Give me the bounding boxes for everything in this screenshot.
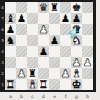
chess-diagram: 87654321 ♛♜♚♝♟♟♟♟♟♛♞♟♞♟♟♟♟♜♟♝♜♝♜♚ abcdef… — [0, 0, 100, 100]
square-e1[interactable] — [49, 79, 60, 90]
square-c5[interactable] — [27, 35, 38, 46]
square-c7[interactable] — [27, 13, 38, 24]
square-c6[interactable] — [27, 24, 38, 35]
square-d6[interactable]: ♟ — [38, 24, 49, 35]
file-label-h: h — [82, 94, 93, 100]
piece-white-pawn[interactable]: ♟ — [17, 68, 26, 79]
square-h8[interactable] — [82, 2, 93, 13]
piece-white-knight[interactable]: ♞ — [72, 35, 81, 46]
square-h3[interactable]: ♟ — [82, 57, 93, 68]
square-b6[interactable] — [16, 24, 27, 35]
file-label-c: c — [27, 94, 38, 100]
file-label-d: d — [38, 94, 49, 100]
square-f2[interactable]: ♟ — [60, 68, 71, 79]
piece-white-pawn[interactable]: ♟ — [39, 24, 48, 35]
piece-white-pawn[interactable]: ♟ — [61, 68, 70, 79]
piece-white-bishop[interactable]: ♝ — [28, 79, 37, 90]
square-e7[interactable] — [49, 13, 60, 24]
file-label-g: g — [71, 94, 82, 100]
square-h5[interactable] — [82, 35, 93, 46]
piece-white-king[interactable]: ♚ — [72, 79, 81, 90]
square-h2[interactable] — [82, 68, 93, 79]
piece-white-rook[interactable]: ♜ — [39, 79, 48, 90]
square-h1[interactable] — [82, 79, 93, 90]
piece-black-rook[interactable]: ♜ — [50, 2, 59, 13]
square-f5[interactable] — [60, 35, 71, 46]
square-f6[interactable] — [60, 24, 71, 35]
square-d8[interactable]: ♛ — [38, 2, 49, 13]
square-b7[interactable]: ♟ — [16, 13, 27, 24]
square-g5[interactable]: ♞ — [71, 35, 82, 46]
file-label-a: a — [5, 94, 16, 100]
piece-white-pawn[interactable]: ♟ — [83, 57, 92, 68]
piece-black-knight[interactable]: ♞ — [6, 35, 15, 46]
square-b1[interactable] — [16, 79, 27, 90]
file-label-f: f — [60, 94, 71, 100]
square-e2[interactable] — [49, 68, 60, 79]
square-a1[interactable]: ♜ — [5, 79, 16, 90]
square-b5[interactable] — [16, 35, 27, 46]
square-a3[interactable] — [5, 57, 16, 68]
square-d4[interactable]: ♟ — [38, 46, 49, 57]
square-e3[interactable] — [49, 57, 60, 68]
square-f4[interactable] — [60, 46, 71, 57]
square-a5[interactable]: ♞ — [5, 35, 16, 46]
square-g1[interactable]: ♚ — [71, 79, 82, 90]
square-a4[interactable] — [5, 46, 16, 57]
square-c1[interactable]: ♝ — [27, 79, 38, 90]
square-b2[interactable]: ♟ — [16, 68, 27, 79]
square-d3[interactable] — [38, 57, 49, 68]
piece-black-pawn[interactable]: ♟ — [39, 46, 48, 57]
piece-black-pawn[interactable]: ♟ — [61, 13, 70, 24]
file-label-b: b — [16, 94, 27, 100]
file-labels: abcdefgh — [5, 94, 93, 100]
board-frame: 87654321 ♛♜♚♝♟♟♟♟♟♛♞♟♞♟♟♟♟♜♟♝♜♝♜♚ — [0, 0, 96, 92]
square-f7[interactable]: ♟ — [60, 13, 71, 24]
square-h7[interactable] — [82, 13, 93, 24]
file-label-e: e — [49, 94, 60, 100]
piece-black-pawn[interactable]: ♟ — [50, 35, 59, 46]
piece-white-rook[interactable]: ♜ — [6, 79, 15, 90]
square-b4[interactable] — [16, 46, 27, 57]
square-c8[interactable] — [27, 2, 38, 13]
square-d1[interactable]: ♜ — [38, 79, 49, 90]
chess-board[interactable]: ♛♜♚♝♟♟♟♟♟♛♞♟♞♟♟♟♟♜♟♝♜♝♜♚ — [5, 2, 93, 90]
square-e8[interactable]: ♜ — [49, 2, 60, 13]
piece-black-queen[interactable]: ♛ — [39, 2, 48, 13]
square-e4[interactable] — [49, 46, 60, 57]
piece-black-pawn[interactable]: ♟ — [17, 13, 26, 24]
square-h6[interactable] — [82, 24, 93, 35]
square-c4[interactable] — [27, 46, 38, 57]
square-e5[interactable]: ♟ — [49, 35, 60, 46]
square-f1[interactable] — [60, 79, 71, 90]
